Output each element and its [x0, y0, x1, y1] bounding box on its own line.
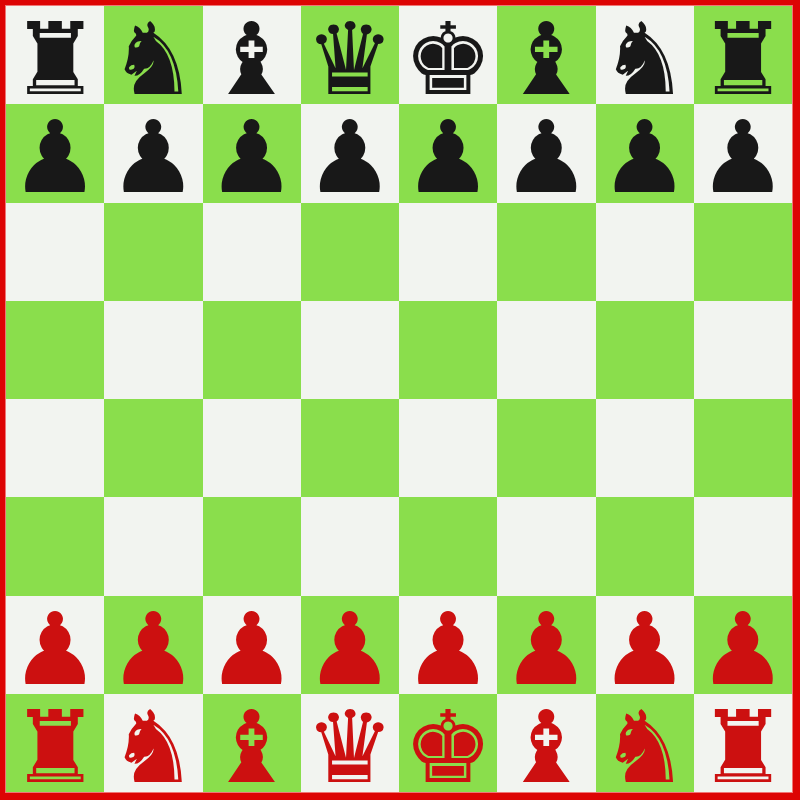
square-h1[interactable]: ♜ — [694, 694, 792, 792]
piece-red-king[interactable]: ♚ — [403, 699, 493, 792]
square-f4[interactable] — [497, 399, 595, 497]
square-f8[interactable]: ♝ — [497, 6, 595, 104]
square-e6[interactable] — [399, 203, 497, 301]
square-b4[interactable] — [104, 399, 202, 497]
square-e1[interactable]: ♚ — [399, 694, 497, 792]
square-e2[interactable]: ♟ — [399, 596, 497, 694]
piece-black-pawn[interactable]: ♟ — [10, 109, 100, 202]
square-b7[interactable]: ♟ — [104, 104, 202, 202]
square-e5[interactable] — [399, 301, 497, 399]
square-b5[interactable] — [104, 301, 202, 399]
square-f3[interactable] — [497, 497, 595, 595]
piece-red-rook[interactable]: ♜ — [698, 699, 788, 792]
square-h6[interactable] — [694, 203, 792, 301]
piece-red-pawn[interactable]: ♟ — [305, 601, 395, 694]
piece-red-pawn[interactable]: ♟ — [109, 601, 199, 694]
piece-red-pawn[interactable]: ♟ — [502, 601, 592, 694]
square-c1[interactable]: ♝ — [203, 694, 301, 792]
square-e8[interactable]: ♚ — [399, 6, 497, 104]
square-d1[interactable]: ♛ — [301, 694, 399, 792]
square-a8[interactable]: ♜ — [6, 6, 104, 104]
square-a1[interactable]: ♜ — [6, 694, 104, 792]
square-f2[interactable]: ♟ — [497, 596, 595, 694]
piece-black-rook[interactable]: ♜ — [698, 11, 788, 104]
square-a7[interactable]: ♟ — [6, 104, 104, 202]
piece-red-pawn[interactable]: ♟ — [207, 601, 297, 694]
square-f7[interactable]: ♟ — [497, 104, 595, 202]
square-c3[interactable] — [203, 497, 301, 595]
piece-red-pawn[interactable]: ♟ — [698, 601, 788, 694]
piece-red-rook[interactable]: ♜ — [10, 699, 100, 792]
square-h8[interactable]: ♜ — [694, 6, 792, 104]
square-e4[interactable] — [399, 399, 497, 497]
piece-black-knight[interactable]: ♞ — [109, 11, 199, 104]
piece-black-pawn[interactable]: ♟ — [403, 109, 493, 202]
piece-red-knight[interactable]: ♞ — [109, 699, 199, 792]
square-d5[interactable] — [301, 301, 399, 399]
square-g8[interactable]: ♞ — [596, 6, 694, 104]
square-d3[interactable] — [301, 497, 399, 595]
square-c2[interactable]: ♟ — [203, 596, 301, 694]
square-d2[interactable]: ♟ — [301, 596, 399, 694]
square-c7[interactable]: ♟ — [203, 104, 301, 202]
square-d4[interactable] — [301, 399, 399, 497]
square-e7[interactable]: ♟ — [399, 104, 497, 202]
square-g7[interactable]: ♟ — [596, 104, 694, 202]
piece-red-knight[interactable]: ♞ — [600, 699, 690, 792]
square-a5[interactable] — [6, 301, 104, 399]
piece-black-pawn[interactable]: ♟ — [109, 109, 199, 202]
square-c8[interactable]: ♝ — [203, 6, 301, 104]
square-d6[interactable] — [301, 203, 399, 301]
piece-red-queen[interactable]: ♛ — [305, 699, 395, 792]
square-a2[interactable]: ♟ — [6, 596, 104, 694]
square-f1[interactable]: ♝ — [497, 694, 595, 792]
square-e3[interactable] — [399, 497, 497, 595]
square-h4[interactable] — [694, 399, 792, 497]
square-b1[interactable]: ♞ — [104, 694, 202, 792]
piece-red-pawn[interactable]: ♟ — [10, 601, 100, 694]
square-b3[interactable] — [104, 497, 202, 595]
square-g5[interactable] — [596, 301, 694, 399]
square-c4[interactable] — [203, 399, 301, 497]
square-g4[interactable] — [596, 399, 694, 497]
piece-black-pawn[interactable]: ♟ — [600, 109, 690, 202]
square-f5[interactable] — [497, 301, 595, 399]
square-a3[interactable] — [6, 497, 104, 595]
piece-black-bishop[interactable]: ♝ — [207, 11, 297, 104]
square-g2[interactable]: ♟ — [596, 596, 694, 694]
piece-black-knight[interactable]: ♞ — [600, 11, 690, 104]
square-b2[interactable]: ♟ — [104, 596, 202, 694]
chess-board: ♜♞♝♛♚♝♞♜♟♟♟♟♟♟♟♟♟♟♟♟♟♟♟♟♜♞♝♛♚♝♞♜ — [6, 6, 792, 792]
piece-red-pawn[interactable]: ♟ — [403, 601, 493, 694]
square-b8[interactable]: ♞ — [104, 6, 202, 104]
piece-black-pawn[interactable]: ♟ — [207, 109, 297, 202]
square-d7[interactable]: ♟ — [301, 104, 399, 202]
piece-red-bishop[interactable]: ♝ — [502, 699, 592, 792]
piece-black-bishop[interactable]: ♝ — [502, 11, 592, 104]
square-h7[interactable]: ♟ — [694, 104, 792, 202]
piece-black-pawn[interactable]: ♟ — [502, 109, 592, 202]
square-c6[interactable] — [203, 203, 301, 301]
square-h5[interactable] — [694, 301, 792, 399]
piece-black-pawn[interactable]: ♟ — [305, 109, 395, 202]
board-frame: ♜♞♝♛♚♝♞♜♟♟♟♟♟♟♟♟♟♟♟♟♟♟♟♟♜♞♝♛♚♝♞♜ — [0, 0, 800, 800]
square-g3[interactable] — [596, 497, 694, 595]
square-d8[interactable]: ♛ — [301, 6, 399, 104]
square-h3[interactable] — [694, 497, 792, 595]
square-a6[interactable] — [6, 203, 104, 301]
square-b6[interactable] — [104, 203, 202, 301]
piece-black-rook[interactable]: ♜ — [10, 11, 100, 104]
square-a4[interactable] — [6, 399, 104, 497]
square-g6[interactable] — [596, 203, 694, 301]
square-c5[interactable] — [203, 301, 301, 399]
square-g1[interactable]: ♞ — [596, 694, 694, 792]
piece-black-pawn[interactable]: ♟ — [698, 109, 788, 202]
square-h2[interactable]: ♟ — [694, 596, 792, 694]
piece-black-king[interactable]: ♚ — [403, 11, 493, 104]
square-f6[interactable] — [497, 203, 595, 301]
piece-red-pawn[interactable]: ♟ — [600, 601, 690, 694]
piece-black-queen[interactable]: ♛ — [305, 11, 395, 104]
piece-red-bishop[interactable]: ♝ — [207, 699, 297, 792]
